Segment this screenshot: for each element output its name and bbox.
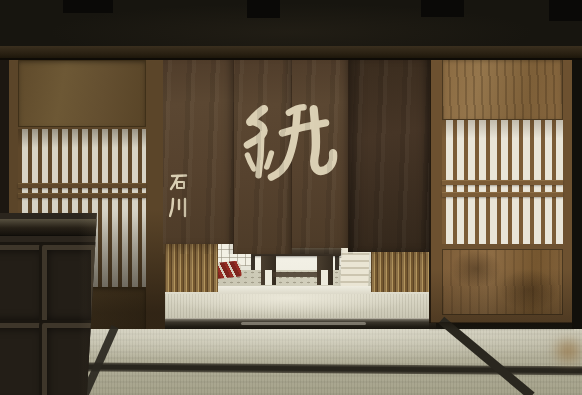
door-bottom-shadow bbox=[429, 322, 574, 331]
table-leg bbox=[317, 256, 333, 285]
right-shoji-door bbox=[429, 50, 576, 323]
cabinet-panel bbox=[0, 245, 48, 325]
door-top-panel bbox=[442, 58, 563, 120]
threshold-shine bbox=[241, 322, 366, 325]
noren-curtain: 紙 石川 bbox=[163, 58, 429, 254]
noren-panel bbox=[348, 58, 430, 252]
table-leg bbox=[261, 256, 276, 285]
cabinet-panel bbox=[0, 323, 48, 395]
ceiling-rafter bbox=[247, 0, 280, 18]
door-top-panel bbox=[18, 60, 146, 127]
shoji-lattice bbox=[442, 120, 563, 244]
door-bottom-panel bbox=[442, 249, 563, 315]
door-lintel bbox=[0, 46, 582, 60]
ceiling-rafter bbox=[549, 0, 582, 21]
tansu-cabinet bbox=[0, 213, 101, 395]
table-leg-cutout bbox=[265, 270, 272, 285]
cabinet-lid bbox=[0, 219, 101, 235]
lattice-rail bbox=[442, 192, 563, 197]
calligraphy-ishikawa-icon bbox=[169, 170, 189, 220]
lattice-rail bbox=[442, 180, 563, 185]
lattice-rail bbox=[18, 183, 146, 188]
calligraphy-kami-icon bbox=[233, 98, 341, 190]
lattice-rail bbox=[18, 193, 146, 198]
center-tatami bbox=[150, 294, 438, 320]
noren-main-character: 紙 bbox=[233, 98, 341, 190]
ceiling-rafter bbox=[421, 0, 464, 17]
table-stretcher bbox=[273, 272, 319, 277]
blur-foreground-object bbox=[550, 335, 582, 367]
cabinet-panel bbox=[42, 245, 96, 325]
noren-side-text: 石川 bbox=[169, 170, 189, 220]
ceiling-rafter bbox=[63, 0, 113, 13]
table-leg-cutout bbox=[321, 270, 328, 285]
photo-japanese-shop-entrance: 紙 石川 bbox=[0, 0, 582, 395]
